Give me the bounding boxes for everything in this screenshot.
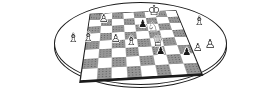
white-knight-piece: ♘ [148,21,159,33]
black-pawn-piece: ♟ [139,19,148,29]
chess-illustration: ♔♙♟♘♗♙♗♕♟♟♗♗♙♙ [0,0,280,88]
white-bishop-piece: ♗ [67,31,79,44]
pieces-layer: ♔♙♟♘♗♙♗♕♟♟♗♗♙♙ [0,0,280,88]
white-bishop-piece: ♗ [82,30,94,43]
white-pawn-piece: ♙ [193,42,203,53]
white-bishop-piece: ♗ [125,34,137,47]
white-pawn-piece: ♙ [99,13,109,24]
black-pawn-piece: ♟ [183,47,192,57]
white-pawn-piece: ♙ [205,38,216,50]
black-pawn-piece: ♟ [157,46,166,56]
white-pawn-piece: ♙ [111,33,121,44]
white-bishop-piece: ♗ [193,14,205,27]
white-king-piece: ♔ [148,3,161,17]
